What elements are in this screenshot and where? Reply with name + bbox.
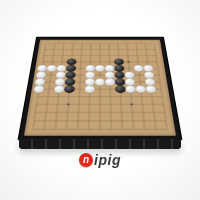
logo-disc-letter: n [83,155,89,165]
board-perspective-wrap [28,10,172,154]
white-stone [145,86,156,93]
black-stone [66,59,76,65]
white-stone [46,65,56,72]
white-stone [105,78,115,85]
white-stone [144,72,155,79]
black-stone [64,86,75,93]
white-stone [143,65,153,72]
white-stone [55,78,66,85]
grid-line-vertical [44,44,55,130]
grid-line-vertical [154,44,167,130]
white-stone [85,86,95,93]
black-stone [115,72,125,79]
star-point [130,103,133,105]
white-stone [145,78,156,85]
white-stone [56,65,66,72]
black-stone [65,78,76,85]
brand-logo: n ipig [0,151,200,169]
star-point [67,103,70,105]
white-stone [95,78,105,85]
white-stone [105,72,115,79]
white-stone [125,86,136,93]
black-stone [115,78,125,85]
white-stone [134,65,144,72]
black-stone [115,86,126,93]
white-stone [125,78,136,85]
white-stone [36,72,47,79]
white-stone [33,86,44,93]
grid-line-vertical [109,44,111,130]
black-stone [114,59,124,65]
black-stone [65,72,75,79]
black-stone [66,65,76,72]
go-board [17,37,182,141]
grid-line-vertical [78,44,82,130]
white-stone [124,72,134,79]
white-stone [55,72,66,79]
white-stone [95,65,105,72]
black-stone [114,65,124,72]
star-point [127,61,130,63]
logo-text: ipig [94,153,121,167]
white-stone [105,65,115,72]
product-photo: n ipig [0,0,200,200]
white-stone [34,78,45,85]
white-stone [135,86,146,93]
white-stone [85,65,95,72]
logo-red-disc: n [79,153,93,167]
white-stone [54,86,65,93]
board-surface [24,40,176,136]
board-grid [24,40,176,136]
white-stone [37,65,48,72]
white-stone [85,78,95,85]
white-stone [85,72,95,79]
board-frame-front-edge [19,139,181,149]
